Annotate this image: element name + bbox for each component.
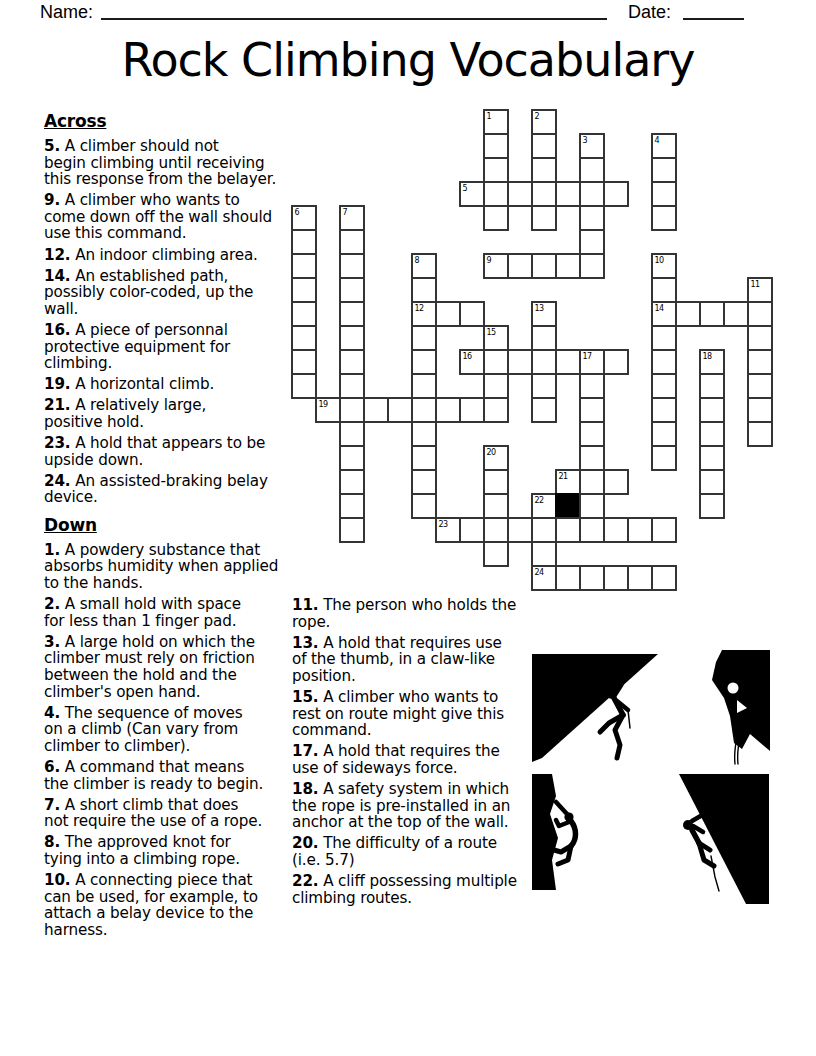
grid-cell-r15c2[interactable] — [339, 469, 365, 495]
grid-cell-r15c12[interactable] — [579, 469, 605, 495]
grid-cell-r16c12[interactable] — [579, 493, 605, 519]
grid-cell-r11c19[interactable] — [747, 373, 773, 399]
across-heading: Across — [44, 111, 292, 131]
grid-cell-r17c12[interactable] — [579, 517, 605, 543]
clue-number-20: 20 — [487, 448, 496, 457]
grid-black-cell-r16c11 — [555, 493, 581, 519]
grid-cell-r12c19[interactable] — [747, 397, 773, 423]
grid-cell-r3c15[interactable] — [651, 181, 677, 207]
grid-cell-r9c0[interactable] — [291, 325, 317, 351]
date-write-line[interactable] — [683, 18, 744, 20]
grid-cell-r1c12[interactable]: 3 — [579, 133, 605, 159]
across-clues: 5. A climber should not begin climbing u… — [44, 138, 292, 506]
clue-across-14: 14. An established path, possibly color-… — [44, 268, 292, 318]
clue-number-6: 6 — [295, 208, 300, 217]
grid-cell-r5c2[interactable] — [339, 229, 365, 255]
grid-cell-r9c8[interactable]: 15 — [483, 325, 509, 351]
grid-cell-r17c11[interactable] — [555, 517, 581, 543]
grid-cell-r9c5[interactable] — [411, 325, 437, 351]
grid-cell-r2c15[interactable] — [651, 157, 677, 183]
grid-cell-r4c15[interactable] — [651, 205, 677, 231]
clue-down-8: 8. The approved knot for tying into a cl… — [44, 834, 292, 867]
grid-cell-r19c15[interactable] — [651, 565, 677, 591]
grid-cell-r7c15[interactable] — [651, 277, 677, 303]
grid-cell-r13c2[interactable] — [339, 421, 365, 447]
grid-cell-r9c10[interactable] — [531, 325, 557, 351]
grid-cell-r12c2[interactable] — [339, 397, 365, 423]
grid-cell-r5c12[interactable] — [579, 229, 605, 255]
grid-cell-r10c13[interactable] — [603, 349, 629, 375]
grid-cell-r4c8[interactable] — [483, 205, 509, 231]
clue-across-21: 21. A relatively large, positive hold. — [44, 397, 292, 430]
grid-cell-r12c12[interactable] — [579, 397, 605, 423]
clue-number-2: 2 — [535, 112, 540, 121]
grid-cell-r11c0[interactable] — [291, 373, 317, 399]
grid-cell-r18c8[interactable] — [483, 541, 509, 567]
grid-cell-r7c2[interactable] — [339, 277, 365, 303]
grid-cell-r3c13[interactable] — [603, 181, 629, 207]
grid-cell-r11c10[interactable] — [531, 373, 557, 399]
grid-cell-r12c7[interactable] — [459, 397, 485, 423]
grid-cell-r17c9[interactable] — [507, 517, 533, 543]
clue-column-left: Across 5. A climber should not begin cli… — [44, 111, 292, 943]
grid-cell-r19c10[interactable]: 24 — [531, 565, 557, 591]
clue-number-17: 17 — [583, 352, 592, 361]
grid-cell-r6c0[interactable] — [291, 253, 317, 279]
clue-down-17: 17. A hold that requires the use of side… — [292, 743, 534, 776]
grid-cell-r4c0[interactable]: 6 — [291, 205, 317, 231]
clue-number-1: 1 — [487, 112, 492, 121]
clue-across-9: 9. A climber who wants to come down off … — [44, 192, 292, 242]
grid-cell-r11c8[interactable] — [483, 373, 509, 399]
clue-number-11: 11 — [751, 280, 760, 289]
grid-cell-r10c2[interactable] — [339, 349, 365, 375]
grid-cell-r1c15[interactable]: 4 — [651, 133, 677, 159]
grid-cell-r14c15[interactable] — [651, 445, 677, 471]
grid-cell-r9c2[interactable] — [339, 325, 365, 351]
grid-cell-r10c17[interactable]: 18 — [699, 349, 725, 375]
grid-cell-r8c18[interactable] — [723, 301, 749, 327]
clue-number-15: 15 — [487, 328, 496, 337]
grid-cell-r13c17[interactable] — [699, 421, 725, 447]
clue-across-23: 23. A hold that appears to be upside dow… — [44, 435, 292, 468]
grid-cell-r14c2[interactable] — [339, 445, 365, 471]
name-label: Name: — [40, 2, 93, 23]
clue-down-18: 18. A safety system in which the rope is… — [292, 781, 534, 831]
grid-cell-r7c19[interactable]: 11 — [747, 277, 773, 303]
clue-down-20: 20. The difficulty of a route (i.e. 5.7) — [292, 835, 534, 868]
clue-down-7: 7. A short climb that does not require t… — [44, 797, 292, 830]
grid-cell-r12c3[interactable] — [363, 397, 389, 423]
grid-cell-r8c15[interactable]: 14 — [651, 301, 677, 327]
grid-cell-r8c19[interactable] — [747, 301, 773, 327]
clue-number-5: 5 — [463, 184, 468, 193]
grid-cell-r19c12[interactable] — [579, 565, 605, 591]
grid-cell-r19c13[interactable] — [603, 565, 629, 591]
grid-cell-r0c10[interactable]: 2 — [531, 109, 557, 135]
clue-down-6: 6. A command that means the climber is r… — [44, 759, 292, 792]
clue-number-21: 21 — [559, 472, 568, 481]
clue-number-10: 10 — [655, 256, 664, 265]
grid-cell-r5c0[interactable] — [291, 229, 317, 255]
clue-number-3: 3 — [583, 136, 588, 145]
grid-cell-r10c8[interactable] — [483, 349, 509, 375]
clue-number-22: 22 — [535, 496, 544, 505]
grid-cell-r8c0[interactable] — [291, 301, 317, 327]
clue-number-16: 16 — [463, 352, 472, 361]
clue-down-1: 1. A powdery substance that absorbs humi… — [44, 542, 292, 592]
grid-cell-r8c2[interactable] — [339, 301, 365, 327]
grid-cell-r14c5[interactable] — [411, 445, 437, 471]
clue-down-2: 2. A small hold with space for less than… — [44, 596, 292, 629]
clue-number-7: 7 — [343, 208, 348, 217]
grid-cell-r3c9[interactable] — [507, 181, 533, 207]
grid-cell-r14c8[interactable]: 20 — [483, 445, 509, 471]
clue-number-8: 8 — [415, 256, 420, 265]
grid-cell-r10c19[interactable] — [747, 349, 773, 375]
grid-cell-r13c15[interactable] — [651, 421, 677, 447]
grid-cell-r4c2[interactable]: 7 — [339, 205, 365, 231]
grid-cell-r9c19[interactable] — [747, 325, 773, 351]
grid-cell-r15c17[interactable] — [699, 469, 725, 495]
grid-cell-r11c15[interactable] — [651, 373, 677, 399]
grid-cell-r8c16[interactable] — [675, 301, 701, 327]
grid-cell-r9c15[interactable] — [651, 325, 677, 351]
clue-number-4: 4 — [655, 136, 660, 145]
grid-cell-r2c10[interactable] — [531, 157, 557, 183]
grid-cell-r7c0[interactable] — [291, 277, 317, 303]
climber-silhouette-bottom-left-image — [532, 774, 596, 890]
climber-silhouette-top-right-image — [704, 650, 770, 766]
grid-cell-r17c14[interactable] — [627, 517, 653, 543]
grid-cell-r17c2[interactable] — [339, 517, 365, 543]
grid-cell-r10c12[interactable]: 17 — [579, 349, 605, 375]
clue-across-24: 24. An assisted-braking belay device. — [44, 473, 292, 506]
grid-cell-r16c8[interactable] — [483, 493, 509, 519]
clue-column-middle: 11. The person who holds the rope.13. A … — [292, 597, 534, 911]
grid-cell-r1c10[interactable] — [531, 133, 557, 159]
grid-cell-r2c12[interactable] — [579, 157, 605, 183]
clue-down-13: 13. A hold that requires use of the thum… — [292, 635, 534, 685]
grid-cell-r12c4[interactable] — [387, 397, 413, 423]
grid-cell-r13c19[interactable] — [747, 421, 773, 447]
clue-down-10: 10. A connecting piece that can be used,… — [44, 872, 292, 938]
grid-cell-r17c15[interactable] — [651, 517, 677, 543]
grid-cell-r14c12[interactable] — [579, 445, 605, 471]
clue-down-3: 3. A large hold on which the climber mus… — [44, 634, 292, 700]
grid-cell-r12c10[interactable] — [531, 397, 557, 423]
grid-cell-r10c0[interactable] — [291, 349, 317, 375]
grid-cell-r19c11[interactable] — [555, 565, 581, 591]
grid-cell-r8c10[interactable]: 13 — [531, 301, 557, 327]
clue-down-4: 4. The sequence of moves on a climb (Can… — [44, 705, 292, 755]
down-clues-left: 1. A powdery substance that absorbs humi… — [44, 542, 292, 939]
clue-number-23: 23 — [439, 520, 448, 529]
grid-cell-r6c10[interactable] — [531, 253, 557, 279]
grid-cell-r8c7[interactable] — [459, 301, 485, 327]
grid-cell-r10c10[interactable] — [531, 349, 557, 375]
grid-cell-r12c6[interactable] — [435, 397, 461, 423]
grid-cell-r13c5[interactable] — [411, 421, 437, 447]
grid-cell-r4c12[interactable] — [579, 205, 605, 231]
grid-cell-r14c17[interactable] — [699, 445, 725, 471]
grid-cell-r10c7[interactable]: 16 — [459, 349, 485, 375]
grid-cell-r12c1[interactable]: 19 — [315, 397, 341, 423]
clue-number-13: 13 — [535, 304, 544, 313]
grid-cell-r1c8[interactable] — [483, 133, 509, 159]
grid-cell-r15c8[interactable] — [483, 469, 509, 495]
clue-down-11: 11. The person who holds the rope. — [292, 597, 534, 630]
grid-cell-r10c9[interactable] — [507, 349, 533, 375]
grid-cell-r17c7[interactable] — [459, 517, 485, 543]
grid-cell-r6c5[interactable]: 8 — [411, 253, 437, 279]
clue-across-5: 5. A climber should not begin climbing u… — [44, 138, 292, 188]
grid-cell-r8c5[interactable]: 12 — [411, 301, 437, 327]
grid-cell-r15c5[interactable] — [411, 469, 437, 495]
grid-cell-r15c13[interactable] — [603, 469, 629, 495]
grid-cell-r8c6[interactable] — [435, 301, 461, 327]
clue-across-19: 19. A horizontal climb. — [44, 376, 292, 393]
grid-cell-r7c5[interactable] — [411, 277, 437, 303]
grid-cell-r6c9[interactable] — [507, 253, 533, 279]
crossword-grid: 123456789101112131415161718192021222324 — [291, 109, 773, 591]
clue-number-24: 24 — [535, 568, 544, 577]
grid-cell-r17c6[interactable]: 23 — [435, 517, 461, 543]
grid-cell-r3c7[interactable]: 5 — [459, 181, 485, 207]
grid-cell-r6c11[interactable] — [555, 253, 581, 279]
grid-cell-r12c5[interactable] — [411, 397, 437, 423]
grid-cell-r15c11[interactable]: 21 — [555, 469, 581, 495]
grid-cell-r11c17[interactable] — [699, 373, 725, 399]
grid-cell-r16c2[interactable] — [339, 493, 365, 519]
grid-cell-r4c10[interactable] — [531, 205, 557, 231]
grid-cell-r3c11[interactable] — [555, 181, 581, 207]
grid-cell-r3c12[interactable] — [579, 181, 605, 207]
grid-cell-r3c10[interactable] — [531, 181, 557, 207]
grid-cell-r6c12[interactable] — [579, 253, 605, 279]
clue-number-19: 19 — [319, 400, 328, 409]
grid-cell-r17c8[interactable] — [483, 517, 509, 543]
grid-cell-r11c2[interactable] — [339, 373, 365, 399]
grid-cell-r6c2[interactable] — [339, 253, 365, 279]
page-title: Rock Climbing Vocabulary — [0, 33, 816, 87]
grid-cell-r10c5[interactable] — [411, 349, 437, 375]
down-clues-right: 11. The person who holds the rope.13. A … — [292, 597, 534, 906]
down-heading: Down — [44, 515, 292, 535]
grid-cell-r19c14[interactable] — [627, 565, 653, 591]
grid-cell-r10c15[interactable] — [651, 349, 677, 375]
grid-cell-r17c13[interactable] — [603, 517, 629, 543]
grid-cell-r17c10[interactable] — [531, 517, 557, 543]
grid-cell-r3c8[interactable] — [483, 181, 509, 207]
grid-cell-r8c17[interactable] — [699, 301, 725, 327]
grid-cell-r6c8[interactable]: 9 — [483, 253, 509, 279]
grid-cell-r16c10[interactable]: 22 — [531, 493, 557, 519]
clue-number-12: 12 — [415, 304, 424, 313]
climber-silhouette-bottom-right-image — [668, 774, 769, 904]
clue-down-15: 15. A climber who wants to rest on route… — [292, 689, 534, 739]
grid-cell-r16c17[interactable] — [699, 493, 725, 519]
clue-number-9: 9 — [487, 256, 492, 265]
grid-cell-r6c15[interactable]: 10 — [651, 253, 677, 279]
grid-cell-r11c5[interactable] — [411, 373, 437, 399]
clue-number-18: 18 — [703, 352, 712, 361]
clue-number-14: 14 — [655, 304, 664, 313]
grid-cell-r12c17[interactable] — [699, 397, 725, 423]
grid-cell-r18c10[interactable] — [531, 541, 557, 567]
grid-cell-r13c12[interactable] — [579, 421, 605, 447]
clue-down-22: 22. A cliff possessing multiple climbing… — [292, 873, 534, 906]
grid-cell-r10c11[interactable] — [555, 349, 581, 375]
clue-across-12: 12. An indoor climbing area. — [44, 247, 292, 264]
grid-cell-r12c8[interactable] — [483, 397, 509, 423]
climber-silhouette-top-left-image — [532, 654, 668, 762]
grid-cell-r12c15[interactable] — [651, 397, 677, 423]
grid-cell-r11c12[interactable] — [579, 373, 605, 399]
grid-cell-r0c8[interactable]: 1 — [483, 109, 509, 135]
date-label: Date: — [628, 2, 671, 23]
name-write-line[interactable] — [101, 18, 607, 20]
grid-cell-r16c5[interactable] — [411, 493, 437, 519]
grid-cell-r2c8[interactable] — [483, 157, 509, 183]
clue-across-16: 16. A piece of personnal protective equi… — [44, 322, 292, 372]
